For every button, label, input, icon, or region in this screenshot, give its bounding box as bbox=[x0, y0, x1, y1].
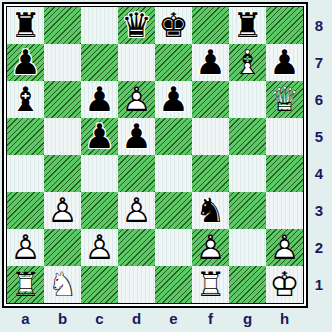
rank-label-7: 7 bbox=[308, 44, 330, 81]
black-king-e8[interactable]: ♚ bbox=[155, 7, 192, 44]
square-b1[interactable]: ♞♘ bbox=[44, 266, 81, 303]
black-bishop-a6[interactable]: ♝ bbox=[7, 81, 44, 118]
white-knight-b1[interactable]: ♘ bbox=[44, 266, 81, 303]
square-e5[interactable] bbox=[155, 118, 192, 155]
square-h7[interactable]: ♟ bbox=[266, 44, 303, 81]
square-c3[interactable] bbox=[81, 192, 118, 229]
square-b3[interactable]: ♟♙ bbox=[44, 192, 81, 229]
square-e2[interactable] bbox=[155, 229, 192, 266]
square-e6[interactable]: ♟ bbox=[155, 81, 192, 118]
square-g4[interactable] bbox=[229, 155, 266, 192]
rank-label-6: 6 bbox=[308, 81, 330, 118]
white-pawn-d6[interactable]: ♙ bbox=[118, 81, 155, 118]
square-d2[interactable] bbox=[118, 229, 155, 266]
black-pawn-d5[interactable]: ♟ bbox=[118, 118, 155, 155]
white-king-h1[interactable]: ♔ bbox=[266, 266, 303, 303]
square-g6[interactable] bbox=[229, 81, 266, 118]
square-e1[interactable] bbox=[155, 266, 192, 303]
square-f3[interactable]: ♞ bbox=[192, 192, 229, 229]
rank-labels: 87654321 bbox=[308, 7, 330, 303]
black-pawn-f7[interactable]: ♟ bbox=[192, 44, 229, 81]
square-g5[interactable] bbox=[229, 118, 266, 155]
white-pawn-c2[interactable]: ♙ bbox=[81, 229, 118, 266]
file-label-a: a bbox=[7, 308, 44, 330]
square-d3[interactable]: ♟♙ bbox=[118, 192, 155, 229]
square-f5[interactable] bbox=[192, 118, 229, 155]
square-b8[interactable] bbox=[44, 7, 81, 44]
file-label-c: c bbox=[81, 308, 118, 330]
square-f4[interactable] bbox=[192, 155, 229, 192]
rank-label-3: 3 bbox=[308, 192, 330, 229]
rank-label-2: 2 bbox=[308, 229, 330, 266]
square-d7[interactable] bbox=[118, 44, 155, 81]
square-e4[interactable] bbox=[155, 155, 192, 192]
square-a7[interactable]: ♟ bbox=[7, 44, 44, 81]
board-frame: ♜♛♚♜♟♟♝♗♟♝♟♟♙♟♛♕♟♟♟♙♟♙♞♟♙♟♙♟♙♟♙♜♖♞♘♜♖♚♔ bbox=[2, 2, 308, 308]
square-b5[interactable] bbox=[44, 118, 81, 155]
square-f8[interactable] bbox=[192, 7, 229, 44]
square-b4[interactable] bbox=[44, 155, 81, 192]
square-a2[interactable]: ♟♙ bbox=[7, 229, 44, 266]
square-h1[interactable]: ♚♔ bbox=[266, 266, 303, 303]
black-pawn-c6[interactable]: ♟ bbox=[81, 81, 118, 118]
white-queen-h6[interactable]: ♕ bbox=[266, 81, 303, 118]
square-g7[interactable]: ♝♗ bbox=[229, 44, 266, 81]
square-a8[interactable]: ♜ bbox=[7, 7, 44, 44]
square-f2[interactable]: ♟♙ bbox=[192, 229, 229, 266]
file-label-f: f bbox=[192, 308, 229, 330]
black-pawn-a7[interactable]: ♟ bbox=[7, 44, 44, 81]
square-d5[interactable]: ♟ bbox=[118, 118, 155, 155]
square-h4[interactable] bbox=[266, 155, 303, 192]
rank-label-4: 4 bbox=[308, 155, 330, 192]
square-a1[interactable]: ♜♖ bbox=[7, 266, 44, 303]
square-g2[interactable] bbox=[229, 229, 266, 266]
square-h6[interactable]: ♛♕ bbox=[266, 81, 303, 118]
file-label-e: e bbox=[155, 308, 192, 330]
square-c6[interactable]: ♟ bbox=[81, 81, 118, 118]
black-pawn-h7[interactable]: ♟ bbox=[266, 44, 303, 81]
square-g8[interactable]: ♜ bbox=[229, 7, 266, 44]
square-d4[interactable] bbox=[118, 155, 155, 192]
square-d1[interactable] bbox=[118, 266, 155, 303]
square-c7[interactable] bbox=[81, 44, 118, 81]
square-c5[interactable]: ♟ bbox=[81, 118, 118, 155]
black-rook-g8[interactable]: ♜ bbox=[229, 7, 266, 44]
square-a3[interactable] bbox=[7, 192, 44, 229]
square-d6[interactable]: ♟♙ bbox=[118, 81, 155, 118]
square-e8[interactable]: ♚ bbox=[155, 7, 192, 44]
white-pawn-h2[interactable]: ♙ bbox=[266, 229, 303, 266]
square-c4[interactable] bbox=[81, 155, 118, 192]
file-label-b: b bbox=[44, 308, 81, 330]
square-c2[interactable]: ♟♙ bbox=[81, 229, 118, 266]
white-pawn-a2[interactable]: ♙ bbox=[7, 229, 44, 266]
square-b6[interactable] bbox=[44, 81, 81, 118]
rank-label-5: 5 bbox=[308, 118, 330, 155]
rank-label-1: 1 bbox=[308, 266, 330, 303]
square-f1[interactable]: ♜♖ bbox=[192, 266, 229, 303]
square-b2[interactable] bbox=[44, 229, 81, 266]
square-f7[interactable]: ♟ bbox=[192, 44, 229, 81]
square-c8[interactable] bbox=[81, 7, 118, 44]
board: ♜♛♚♜♟♟♝♗♟♝♟♟♙♟♛♕♟♟♟♙♟♙♞♟♙♟♙♟♙♟♙♜♖♞♘♜♖♚♔ bbox=[6, 6, 304, 304]
black-knight-f3[interactable]: ♞ bbox=[192, 192, 229, 229]
square-a4[interactable] bbox=[7, 155, 44, 192]
rank-label-8: 8 bbox=[308, 7, 330, 44]
square-a6[interactable]: ♝ bbox=[7, 81, 44, 118]
file-label-d: d bbox=[118, 308, 155, 330]
chess-diagram: ♜♛♚♜♟♟♝♗♟♝♟♟♙♟♛♕♟♟♟♙♟♙♞♟♙♟♙♟♙♟♙♜♖♞♘♜♖♚♔ … bbox=[0, 0, 332, 332]
square-c1[interactable] bbox=[81, 266, 118, 303]
white-pawn-d3[interactable]: ♙ bbox=[118, 192, 155, 229]
square-g1[interactable] bbox=[229, 266, 266, 303]
white-rook-f1[interactable]: ♖ bbox=[192, 266, 229, 303]
white-pawn-f2[interactable]: ♙ bbox=[192, 229, 229, 266]
black-rook-a8[interactable]: ♜ bbox=[7, 7, 44, 44]
file-label-h: h bbox=[266, 308, 303, 330]
square-f6[interactable] bbox=[192, 81, 229, 118]
square-g3[interactable] bbox=[229, 192, 266, 229]
square-h2[interactable]: ♟♙ bbox=[266, 229, 303, 266]
file-labels: abcdefgh bbox=[7, 308, 303, 330]
square-h3[interactable] bbox=[266, 192, 303, 229]
square-h8[interactable] bbox=[266, 7, 303, 44]
square-d8[interactable]: ♛ bbox=[118, 7, 155, 44]
square-a5[interactable] bbox=[7, 118, 44, 155]
black-pawn-c5[interactable]: ♟ bbox=[81, 118, 118, 155]
white-rook-a1[interactable]: ♖ bbox=[7, 266, 44, 303]
square-e3[interactable] bbox=[155, 192, 192, 229]
square-h5[interactable] bbox=[266, 118, 303, 155]
black-queen-d8[interactable]: ♛ bbox=[118, 7, 155, 44]
white-pawn-b3[interactable]: ♙ bbox=[44, 192, 81, 229]
black-pawn-e6[interactable]: ♟ bbox=[155, 81, 192, 118]
square-b7[interactable] bbox=[44, 44, 81, 81]
white-bishop-g7[interactable]: ♗ bbox=[229, 44, 266, 81]
file-label-g: g bbox=[229, 308, 266, 330]
square-e7[interactable] bbox=[155, 44, 192, 81]
